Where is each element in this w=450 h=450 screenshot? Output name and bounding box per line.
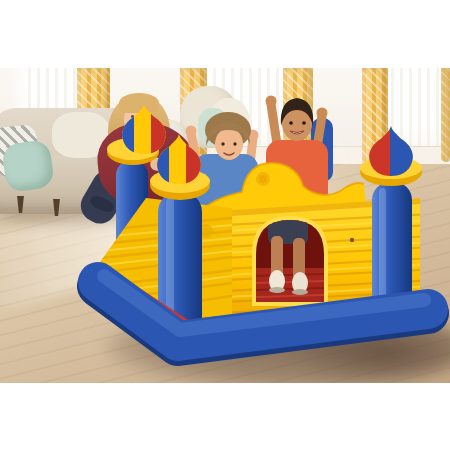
letterbox-top <box>0 0 450 68</box>
product-photo <box>0 68 450 383</box>
letterbox-bottom <box>0 383 450 450</box>
air-valve <box>350 238 354 242</box>
child-arm <box>271 104 277 144</box>
castle-bouncer <box>0 68 450 383</box>
screenshot-canvas <box>0 0 450 450</box>
castle-doorway <box>256 220 324 302</box>
